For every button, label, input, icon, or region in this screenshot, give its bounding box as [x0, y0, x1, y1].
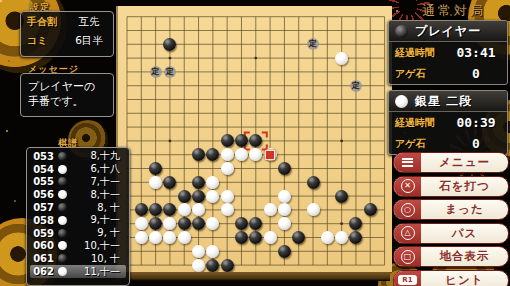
move-number: 060 — [30, 240, 54, 251]
white-stone — [264, 203, 277, 216]
r1-button-icon: R1 — [398, 275, 416, 285]
white-stone — [192, 259, 205, 272]
white-stone — [178, 231, 191, 244]
game-screen: 定定定定 設定 手合割 互先 コミ 6目半 メッセージ プレイヤーの 手番です。… — [0, 0, 510, 286]
elapsed-time-label: 経過時間 — [395, 116, 451, 130]
joseki-marker[interactable]: 定 — [164, 66, 176, 78]
button-label: まった — [421, 202, 508, 217]
joseki-marker[interactable]: 定 — [350, 80, 362, 92]
captures-row: アゲ石 0 — [389, 63, 507, 84]
white-stone — [221, 148, 234, 161]
player-header: プレイヤー — [389, 21, 507, 42]
elapsed-time-row: 経過時間 03:41 — [389, 42, 507, 63]
white-stone — [221, 190, 234, 203]
kifu-box[interactable]: 0538,十九0546,十八0557,十一0568,十一0578, 十0589,… — [26, 147, 130, 286]
player-box-white: 銀星 二段 経過時間 00:39 アゲ石 0 — [388, 90, 508, 155]
black-stone — [278, 245, 291, 258]
パス-button[interactable]: △パス — [393, 223, 509, 244]
captures-row: アゲ石 0 — [389, 133, 507, 154]
black-stone — [221, 259, 234, 272]
black-stone — [206, 259, 219, 272]
captures-label: アゲ石 — [395, 67, 451, 81]
move-number: 059 — [30, 228, 54, 239]
settings-box: 手合割 互先 コミ 6目半 — [20, 11, 114, 57]
black-stone — [178, 190, 191, 203]
black-stone — [235, 231, 248, 244]
board-edge — [116, 272, 390, 281]
メニュー-button[interactable]: メニュー — [393, 152, 509, 173]
white-stone — [221, 203, 234, 216]
captures-value: 0 — [451, 66, 501, 81]
black-stone — [192, 176, 205, 189]
button-label: 石を打つ — [421, 179, 508, 194]
joseki-marker[interactable]: 定 — [150, 66, 162, 78]
kifu-move-row[interactable]: 06110, 十 — [30, 252, 126, 265]
black-stone — [335, 190, 348, 203]
elapsed-time-row: 経過時間 00:39 — [389, 112, 507, 133]
handicap-value: 互先 — [71, 15, 107, 29]
square-button-icon: □ — [401, 250, 415, 264]
black-stone-icon — [58, 229, 67, 238]
button-label: 地合表示 — [421, 249, 508, 264]
button-icon-cap: ✕ — [394, 177, 421, 196]
opponent-name: 銀星 二段 — [415, 93, 472, 110]
white-stone — [206, 190, 219, 203]
elapsed-time-value: 00:39 — [451, 115, 501, 130]
white-stone — [264, 231, 277, 244]
button-label: パス — [421, 226, 508, 241]
turn-message: プレイヤーの 手番です。 — [21, 74, 113, 114]
komi-label: コミ — [27, 34, 71, 48]
button-icon-cap: △ — [394, 224, 421, 243]
black-stone-icon — [58, 152, 67, 161]
move-number: 055 — [30, 176, 54, 187]
message-box: プレイヤーの 手番です。 — [20, 73, 114, 117]
black-stone-icon — [58, 254, 67, 263]
move-number: 054 — [30, 164, 54, 175]
captures-value: 0 — [451, 136, 501, 151]
button-icon-cap: R1 — [394, 271, 421, 286]
kifu-move-row[interactable]: 0546,十八 — [30, 163, 126, 176]
black-stone — [278, 162, 291, 175]
komi-value: 6目半 — [71, 34, 107, 48]
go-board[interactable]: 定定定定 — [116, 6, 392, 272]
triangle-button-icon: △ — [401, 226, 415, 240]
move-number: 062 — [30, 266, 54, 277]
move-coordinate: 11,十一 — [70, 265, 126, 279]
ヒント-button[interactable]: R1ヒント — [393, 270, 509, 286]
black-stone — [221, 134, 234, 147]
komi-row: コミ 6目半 — [21, 31, 113, 50]
white-stone-icon — [58, 241, 67, 250]
white-stone — [307, 203, 320, 216]
kifu-move-row[interactable]: 06211,十一 — [30, 265, 126, 278]
white-stone-icon — [395, 95, 408, 108]
player-name: プレイヤー — [415, 23, 481, 40]
kifu-move-row[interactable]: 0578, 十 — [30, 201, 126, 214]
white-stone-icon — [58, 165, 67, 174]
menu-icon — [402, 158, 413, 167]
white-stone — [149, 176, 162, 189]
white-stone — [135, 231, 148, 244]
button-label: ヒント — [421, 273, 508, 286]
move-number: 053 — [30, 151, 54, 162]
match-title: 通常対局 — [404, 2, 504, 20]
kifu-move-row[interactable]: 06010,十一 — [30, 240, 126, 253]
handicap-label: 手合割 — [27, 15, 71, 29]
white-stone-icon — [58, 267, 67, 276]
last-move-marker — [265, 150, 275, 160]
button-icon-cap — [394, 153, 421, 172]
black-stone — [192, 190, 205, 203]
captures-label: アゲ石 — [395, 137, 451, 151]
move-number: 061 — [30, 253, 54, 264]
white-stone-icon — [58, 216, 67, 225]
white-stone — [221, 162, 234, 175]
elapsed-time-label: 経過時間 — [395, 46, 451, 60]
white-stone — [321, 231, 334, 244]
kifu-move-row[interactable]: 0589,十一 — [30, 214, 126, 227]
handicap-row: 手合割 互先 — [21, 12, 113, 31]
move-number: 058 — [30, 215, 54, 226]
white-stone-icon — [58, 190, 67, 199]
white-stone — [278, 217, 291, 230]
cross-button-icon: ✕ — [401, 179, 415, 193]
move-number: 057 — [30, 202, 54, 213]
kifu-move-row[interactable]: 0557,十一 — [30, 176, 126, 189]
まった-button[interactable]: ○まった — [393, 199, 509, 220]
black-stone-icon — [58, 203, 67, 212]
石を打つ-button[interactable]: ✕石を打つ — [393, 176, 509, 197]
black-stone — [178, 217, 191, 230]
button-icon-cap: □ — [394, 247, 421, 266]
white-stone — [192, 245, 205, 258]
white-stone — [135, 217, 148, 230]
player-box-black: プレイヤー 経過時間 03:41 アゲ石 0 — [388, 20, 508, 85]
elapsed-time-value: 03:41 — [451, 45, 501, 60]
地合表示-button[interactable]: □地合表示 — [393, 246, 509, 267]
white-stone — [278, 190, 291, 203]
sparkle-decoration — [0, 0, 2, 2]
kifu-move-row[interactable]: 0538,十九 — [30, 150, 126, 163]
button-icon-cap: ○ — [394, 200, 421, 219]
kifu-move-row[interactable]: 0599, 十 — [30, 227, 126, 240]
kifu-move-row[interactable]: 0568,十一 — [30, 188, 126, 201]
move-number: 056 — [30, 189, 54, 200]
button-label: メニュー — [421, 155, 508, 170]
circle-button-icon: ○ — [401, 203, 415, 217]
player-header: 銀星 二段 — [389, 91, 507, 112]
white-stone — [335, 52, 348, 65]
black-stone-icon — [58, 177, 67, 186]
black-stone — [307, 176, 320, 189]
black-stone-icon — [395, 25, 408, 38]
